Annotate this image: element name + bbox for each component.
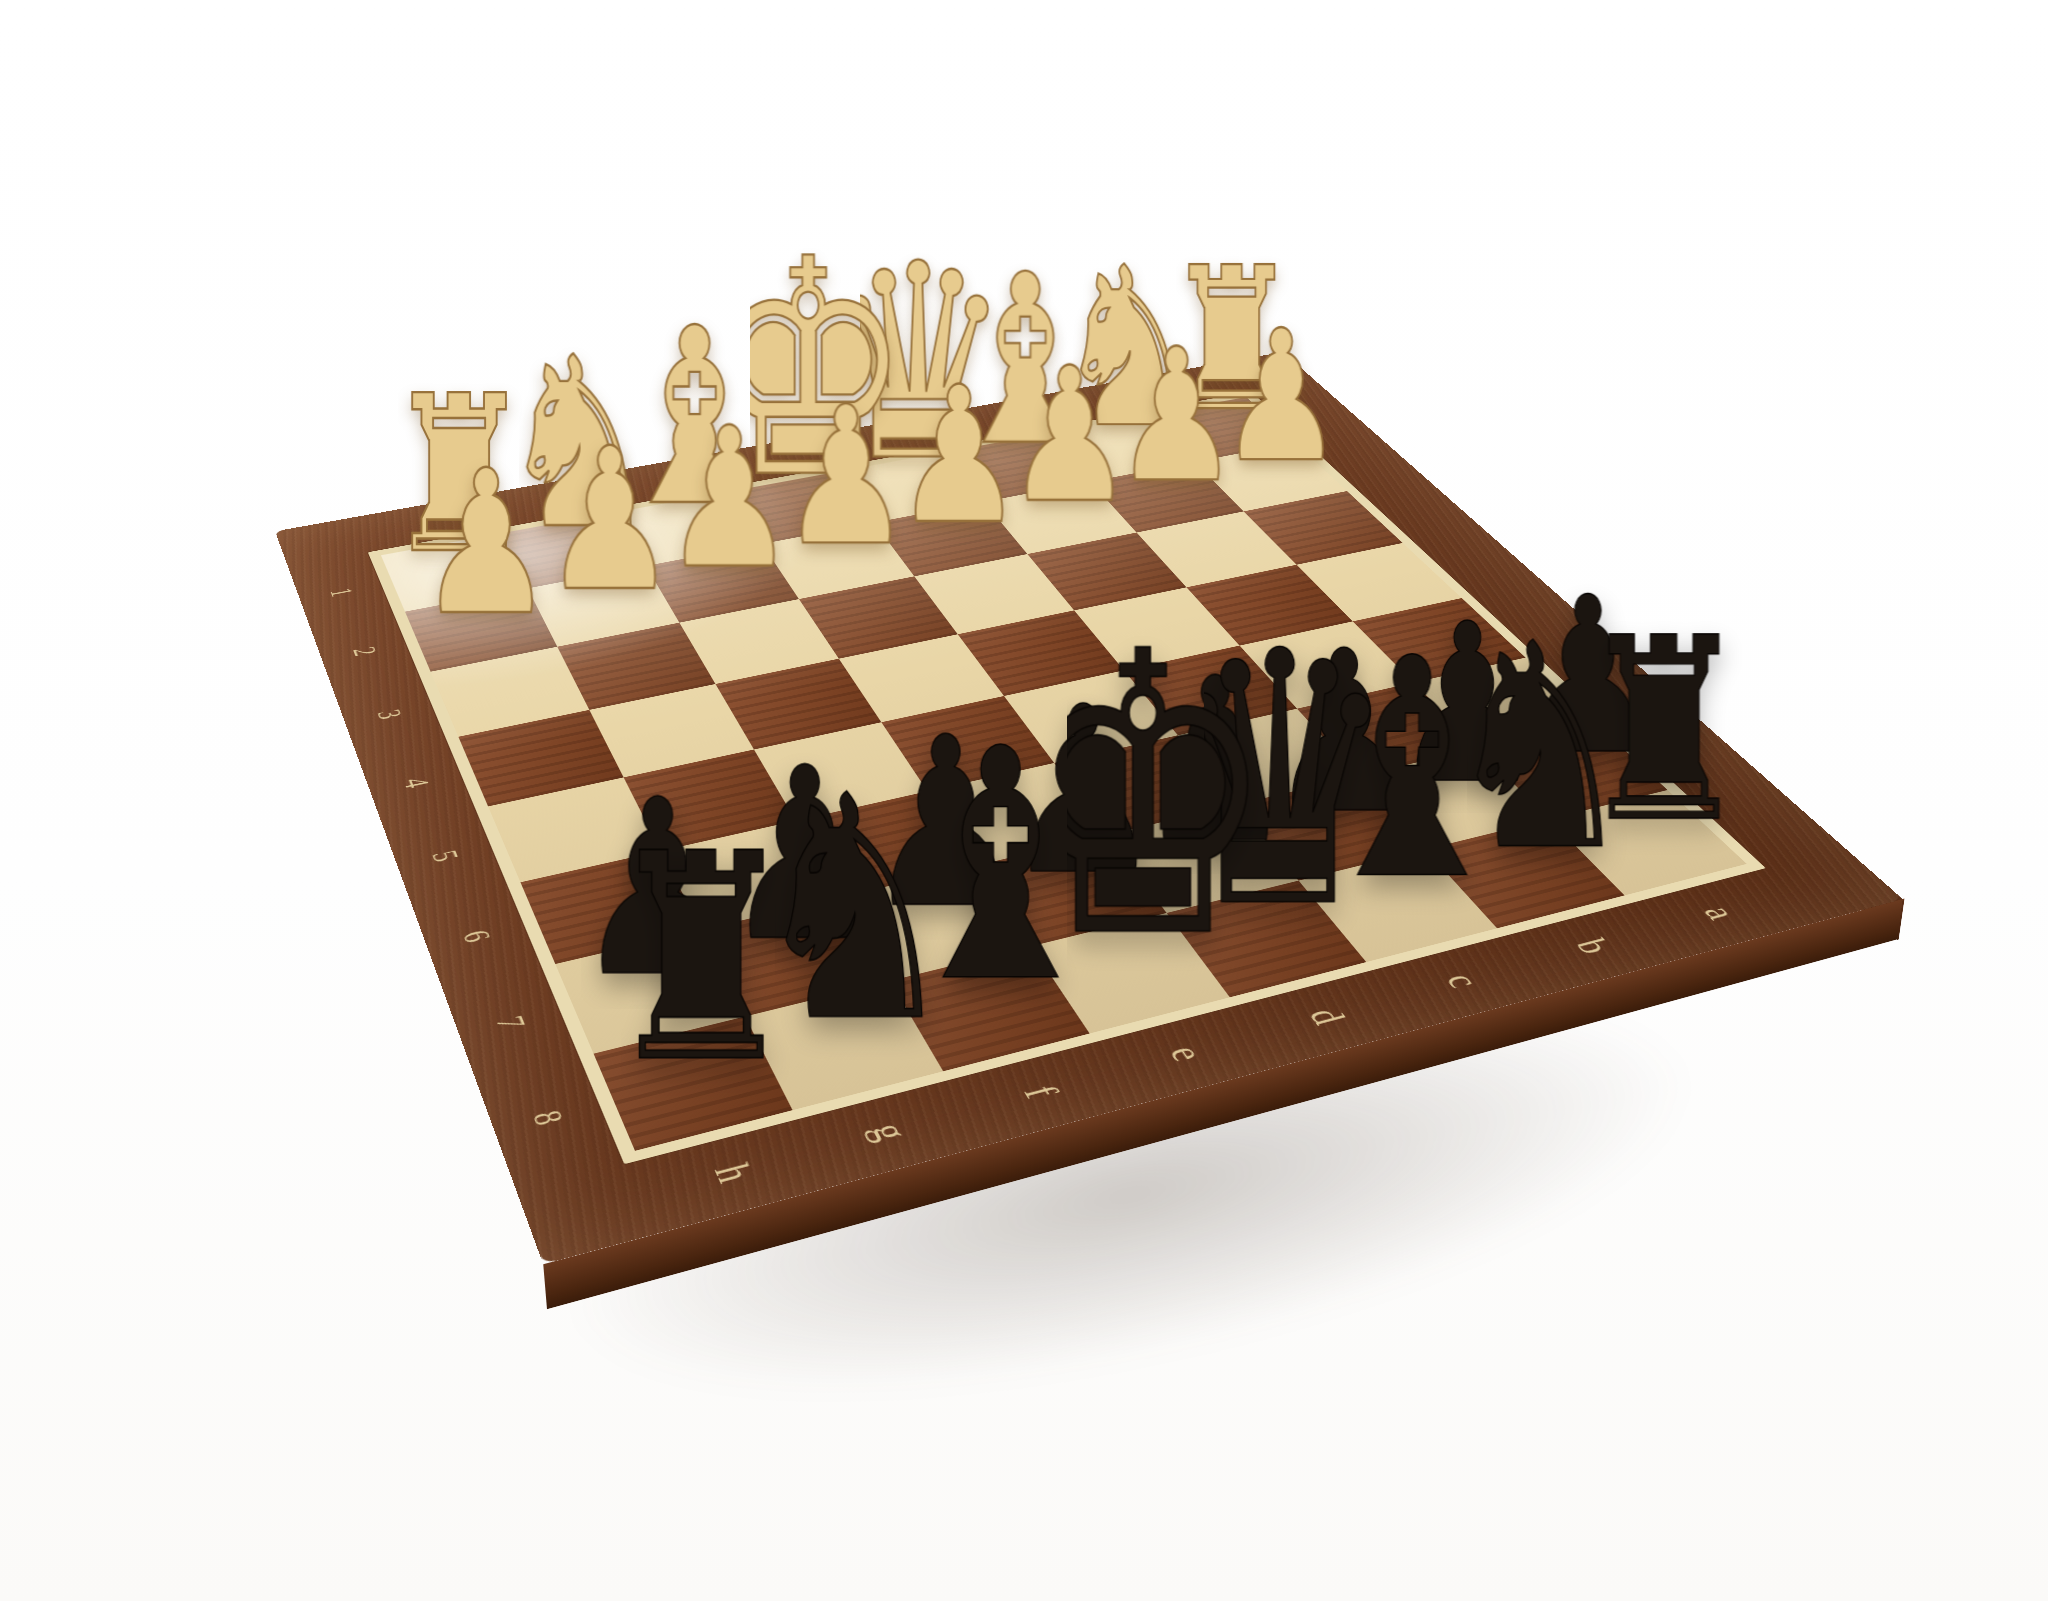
- scene: 12345678 hgfedcba ♜♞♝♚♛♝♞♜♟♟♟♟♟♟♟♟♟♟♟♟♟♟…: [0, 0, 2048, 1601]
- chess-board: 12345678 hgfedcba ♜♞♝♚♛♝♞♜♟♟♟♟♟♟♟♟♟♟♟♟♟♟…: [275, 352, 1903, 1264]
- piece-black-rook-h8[interactable]: ♜: [620, 659, 781, 1103]
- black-rook-glyph: ♜: [602, 818, 799, 1103]
- photo-background: 12345678 hgfedcba ♜♞♝♚♛♝♞♜♟♟♟♟♟♟♟♟♟♟♟♟♟♟…: [0, 0, 2048, 1601]
